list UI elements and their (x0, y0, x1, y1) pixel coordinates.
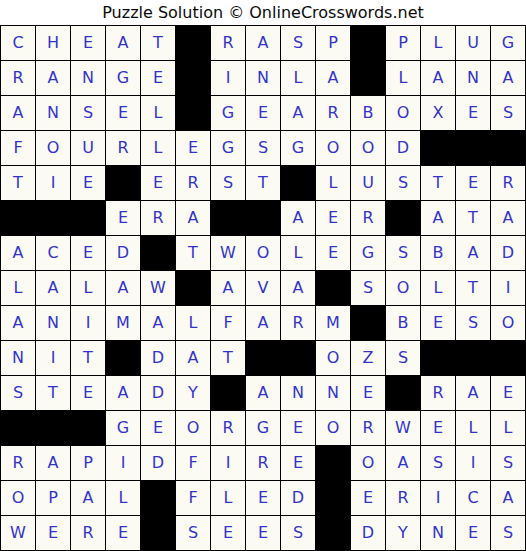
letter-cell: F (211, 306, 245, 340)
block-cell (141, 236, 175, 270)
letter-cell: O (1, 481, 35, 515)
letter-cell: E (141, 411, 175, 445)
letter-cell: E (71, 236, 105, 270)
letter-cell: E (456, 96, 490, 130)
letter-cell: P (386, 26, 420, 60)
letter-cell: E (176, 131, 210, 165)
letter-cell: E (491, 376, 525, 410)
letter-cell: E (141, 61, 175, 95)
block-cell (316, 271, 350, 305)
letter-cell: P (316, 26, 350, 60)
letter-cell: E (106, 201, 140, 235)
letter-cell: N (1, 341, 35, 375)
letter-cell: E (421, 306, 455, 340)
letter-cell: S (491, 96, 525, 130)
letter-cell: O (351, 131, 385, 165)
block-cell (421, 341, 455, 375)
letter-cell: O (316, 341, 350, 375)
letter-cell: E (141, 166, 175, 200)
block-cell (71, 201, 105, 235)
letter-cell: S (491, 446, 525, 480)
block-cell (141, 516, 175, 550)
block-cell (1, 201, 35, 235)
letter-cell: O (316, 411, 350, 445)
letter-cell: A (491, 201, 525, 235)
letter-cell: I (456, 446, 490, 480)
letter-cell: T (176, 236, 210, 270)
letter-cell: M (106, 306, 140, 340)
letter-cell: U (71, 131, 105, 165)
letter-cell: L (141, 131, 175, 165)
letter-cell: S (491, 516, 525, 550)
letter-cell: S (386, 341, 420, 375)
letter-cell: F (176, 446, 210, 480)
letter-cell: H (36, 26, 70, 60)
block-cell (246, 201, 280, 235)
block-cell (281, 166, 315, 200)
block-cell (176, 271, 210, 305)
block-cell (351, 26, 385, 60)
letter-cell: E (351, 376, 385, 410)
letter-cell: R (491, 166, 525, 200)
letter-cell: A (1, 236, 35, 270)
letter-cell: E (71, 26, 105, 60)
letter-cell: L (281, 236, 315, 270)
letter-cell: B (351, 96, 385, 130)
letter-cell: A (71, 481, 105, 515)
letter-cell: F (1, 131, 35, 165)
letter-cell: G (246, 411, 280, 445)
letter-cell: S (386, 236, 420, 270)
letter-cell: A (106, 26, 140, 60)
letter-cell: S (71, 96, 105, 130)
letter-cell: S (386, 166, 420, 200)
letter-cell: A (1, 306, 35, 340)
letter-cell: I (421, 481, 455, 515)
letter-cell: A (211, 271, 245, 305)
letter-cell: G (106, 411, 140, 445)
letter-cell: T (36, 376, 70, 410)
letter-cell: G (351, 236, 385, 270)
letter-cell: E (106, 96, 140, 130)
letter-cell: P (36, 481, 70, 515)
letter-cell: B (421, 236, 455, 270)
letter-cell: N (456, 61, 490, 95)
letter-cell: T (246, 166, 280, 200)
letter-cell: T (71, 341, 105, 375)
letter-cell: L (281, 61, 315, 95)
letter-cell: L (491, 411, 525, 445)
letter-cell: R (176, 166, 210, 200)
letter-cell: R (351, 411, 385, 445)
letter-cell: O (176, 411, 210, 445)
letter-cell: C (36, 236, 70, 270)
letter-cell: S (1, 376, 35, 410)
letter-cell: A (421, 201, 455, 235)
letter-cell: R (421, 376, 455, 410)
block-cell (456, 131, 490, 165)
letter-cell: S (351, 271, 385, 305)
letter-cell: L (176, 306, 210, 340)
letter-cell: R (386, 481, 420, 515)
letter-cell: R (106, 131, 140, 165)
block-cell (281, 341, 315, 375)
letter-cell: E (246, 516, 280, 550)
block-cell (316, 481, 350, 515)
letter-cell: I (71, 306, 105, 340)
letter-cell: A (246, 376, 280, 410)
letter-cell: L (316, 166, 350, 200)
letter-cell: R (1, 446, 35, 480)
letter-cell: A (491, 481, 525, 515)
letter-cell: I (211, 61, 245, 95)
letter-cell: W (386, 411, 420, 445)
letter-cell: N (36, 306, 70, 340)
letter-cell: G (281, 131, 315, 165)
letter-cell: L (456, 411, 490, 445)
block-cell (386, 201, 420, 235)
letter-cell: R (211, 26, 245, 60)
letter-cell: A (386, 446, 420, 480)
block-cell (211, 201, 245, 235)
letter-cell: E (456, 516, 490, 550)
letter-cell: D (351, 516, 385, 550)
letter-cell: C (1, 26, 35, 60)
letter-cell: A (246, 26, 280, 60)
letter-cell: D (281, 481, 315, 515)
letter-cell: R (246, 446, 280, 480)
letter-cell: E (246, 96, 280, 130)
letter-cell: E (421, 411, 455, 445)
letter-cell: R (141, 201, 175, 235)
letter-cell: T (421, 166, 455, 200)
letter-cell: T (456, 201, 490, 235)
letter-cell: E (36, 516, 70, 550)
block-cell (1, 411, 35, 445)
letter-cell: L (421, 271, 455, 305)
letter-cell: T (1, 166, 35, 200)
block-cell (316, 446, 350, 480)
letter-cell: D (491, 236, 525, 270)
letter-cell: R (211, 411, 245, 445)
letter-cell: N (421, 516, 455, 550)
letter-cell: Z (351, 341, 385, 375)
letter-cell: U (456, 26, 490, 60)
block-cell (176, 26, 210, 60)
letter-cell: T (456, 271, 490, 305)
letter-cell: W (1, 516, 35, 550)
letter-cell: C (456, 481, 490, 515)
block-cell (421, 131, 455, 165)
letter-cell: Y (176, 376, 210, 410)
letter-cell: I (36, 341, 70, 375)
letter-cell: T (141, 26, 175, 60)
title-bar: Puzzle Solution © OnlineCrosswords.net (0, 0, 526, 25)
letter-cell: N (36, 96, 70, 130)
letter-cell: I (36, 166, 70, 200)
letter-cell: A (281, 271, 315, 305)
letter-cell: E (316, 236, 350, 270)
letter-cell: E (71, 376, 105, 410)
letter-cell: R (281, 306, 315, 340)
letter-cell: A (281, 201, 315, 235)
letter-cell: X (421, 96, 455, 130)
letter-cell: D (386, 131, 420, 165)
letter-cell: L (1, 271, 35, 305)
letter-cell: A (246, 306, 280, 340)
letter-cell: E (281, 446, 315, 480)
letter-cell: E (211, 516, 245, 550)
letter-cell: P (71, 446, 105, 480)
letter-cell: O (491, 306, 525, 340)
letter-cell: R (71, 516, 105, 550)
letter-cell: O (36, 131, 70, 165)
block-cell (316, 516, 350, 550)
letter-cell: A (36, 271, 70, 305)
letter-cell: R (351, 201, 385, 235)
letter-cell: A (281, 96, 315, 130)
letter-cell: L (386, 61, 420, 95)
letter-cell: E (351, 481, 385, 515)
letter-cell: L (106, 481, 140, 515)
letter-cell: T (211, 341, 245, 375)
letter-cell: S (246, 131, 280, 165)
letter-cell: G (211, 131, 245, 165)
letter-cell: N (281, 376, 315, 410)
block-cell (351, 306, 385, 340)
block-cell (491, 131, 525, 165)
letter-cell: S (281, 26, 315, 60)
letter-cell: A (456, 376, 490, 410)
letter-cell: E (71, 166, 105, 200)
letter-cell: G (491, 26, 525, 60)
letter-cell: A (36, 61, 70, 95)
letter-cell: L (211, 481, 245, 515)
letter-cell: U (351, 166, 385, 200)
letter-cell: A (316, 61, 350, 95)
block-cell (456, 341, 490, 375)
letter-cell: O (386, 96, 420, 130)
block-cell (71, 411, 105, 445)
letter-cell: A (456, 236, 490, 270)
letter-cell: E (106, 516, 140, 550)
crossword-grid: CHEATRASPPLUGRANGEINLALANAANSELGEARBOXES… (0, 25, 526, 551)
letter-cell: O (386, 271, 420, 305)
block-cell (36, 411, 70, 445)
block-cell (351, 61, 385, 95)
block-cell (106, 166, 140, 200)
letter-cell: N (316, 376, 350, 410)
letter-cell: S (456, 306, 490, 340)
block-cell (491, 341, 525, 375)
letter-cell: I (211, 446, 245, 480)
letter-cell: L (71, 271, 105, 305)
letter-cell: O (351, 446, 385, 480)
letter-cell: A (106, 376, 140, 410)
letter-cell: L (421, 26, 455, 60)
letter-cell: Y (386, 516, 420, 550)
letter-cell: E (316, 201, 350, 235)
letter-cell: A (176, 201, 210, 235)
letter-cell: M (316, 306, 350, 340)
letter-cell: F (176, 481, 210, 515)
letter-cell: A (491, 61, 525, 95)
block-cell (211, 376, 245, 410)
letter-cell: S (211, 166, 245, 200)
letter-cell: D (141, 376, 175, 410)
letter-cell: S (281, 516, 315, 550)
letter-cell: W (141, 271, 175, 305)
letter-cell: S (421, 446, 455, 480)
letter-cell: E (456, 166, 490, 200)
letter-cell: E (246, 481, 280, 515)
letter-cell: I (491, 271, 525, 305)
letter-cell: O (316, 131, 350, 165)
letter-cell: A (141, 306, 175, 340)
letter-cell: V (246, 271, 280, 305)
letter-cell: W (211, 236, 245, 270)
letter-cell: A (36, 446, 70, 480)
puzzle-solution-page: Puzzle Solution © OnlineCrosswords.net C… (0, 0, 526, 551)
block-cell (386, 376, 420, 410)
letter-cell: D (106, 236, 140, 270)
letter-cell: N (71, 61, 105, 95)
block-cell (246, 341, 280, 375)
letter-cell: A (421, 61, 455, 95)
block-cell (36, 201, 70, 235)
page-title: Puzzle Solution © OnlineCrosswords.net (102, 3, 424, 22)
letter-cell: O (246, 236, 280, 270)
letter-cell: R (316, 96, 350, 130)
letter-cell: N (246, 61, 280, 95)
letter-cell: D (141, 341, 175, 375)
letter-cell: G (211, 96, 245, 130)
letter-cell: L (141, 96, 175, 130)
letter-cell: B (386, 306, 420, 340)
letter-cell: E (281, 411, 315, 445)
letter-cell: G (106, 61, 140, 95)
block-cell (106, 341, 140, 375)
letter-cell: A (176, 341, 210, 375)
block-cell (141, 481, 175, 515)
letter-cell: R (1, 61, 35, 95)
letter-cell: A (1, 96, 35, 130)
block-cell (176, 61, 210, 95)
letter-cell: I (106, 446, 140, 480)
letter-cell: A (106, 271, 140, 305)
block-cell (176, 96, 210, 130)
letter-cell: S (176, 516, 210, 550)
letter-cell: D (141, 446, 175, 480)
